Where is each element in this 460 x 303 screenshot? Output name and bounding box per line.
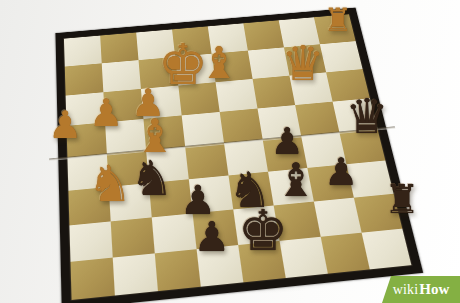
board-square <box>69 221 112 261</box>
board-square <box>65 63 104 95</box>
photo-canvas: ♜♛♝♚♟♝♟♟♞♛♟♟♝♞♟♞♟♚♜ wikiHow <box>0 0 460 303</box>
board-square <box>68 187 110 226</box>
board-square <box>152 213 197 253</box>
board-square <box>146 147 189 183</box>
board-square <box>314 14 356 44</box>
board-square <box>105 119 146 154</box>
board-square <box>197 245 244 287</box>
board-square <box>263 136 308 172</box>
board-square <box>268 168 314 206</box>
wikihow-wiki-text: wiki <box>393 282 419 298</box>
board-square <box>354 194 402 233</box>
board-square <box>103 89 143 123</box>
board-square <box>339 129 385 165</box>
board-square <box>279 17 320 47</box>
board-square <box>155 249 201 291</box>
board-square <box>248 47 290 79</box>
board-square <box>274 202 321 241</box>
board-square <box>320 41 363 72</box>
wikihow-watermark: wikiHow <box>382 276 460 303</box>
board-square <box>107 150 149 187</box>
board-square <box>212 51 253 83</box>
board-square <box>258 105 302 139</box>
chess-board-grid <box>64 14 411 300</box>
board-square <box>175 54 215 86</box>
board-square <box>284 44 326 75</box>
board-square <box>139 57 179 89</box>
board-square <box>67 154 108 191</box>
board-square <box>224 139 268 175</box>
board-square <box>208 23 248 53</box>
board-square <box>172 26 212 57</box>
board-square <box>185 143 228 179</box>
board-square <box>100 33 138 64</box>
board-square <box>111 217 155 257</box>
board-square <box>109 183 152 221</box>
board-square <box>143 115 185 150</box>
board-square <box>102 60 141 92</box>
board-square <box>233 205 279 245</box>
board-square <box>326 69 370 102</box>
board-square <box>66 122 106 157</box>
board-square <box>64 36 102 67</box>
board-square <box>253 76 296 109</box>
board-square <box>289 72 332 105</box>
board-square <box>189 175 233 213</box>
board-square <box>216 79 258 112</box>
chess-board-frame <box>55 8 423 303</box>
board-square <box>238 241 286 282</box>
board-square <box>182 112 224 147</box>
board-square <box>229 172 274 210</box>
board-square <box>70 258 114 300</box>
board-square <box>149 179 193 217</box>
board-square <box>141 86 182 119</box>
board-square <box>243 20 284 50</box>
board-square <box>66 92 105 126</box>
wikihow-how-text: How <box>419 281 449 298</box>
board-square <box>346 160 393 197</box>
board-square <box>280 237 328 278</box>
board-square <box>362 229 412 270</box>
board-square <box>333 98 378 132</box>
board-square <box>136 29 175 60</box>
board-square <box>220 108 263 143</box>
board-square <box>178 82 219 115</box>
board-square <box>193 209 239 249</box>
board-square <box>113 253 158 295</box>
